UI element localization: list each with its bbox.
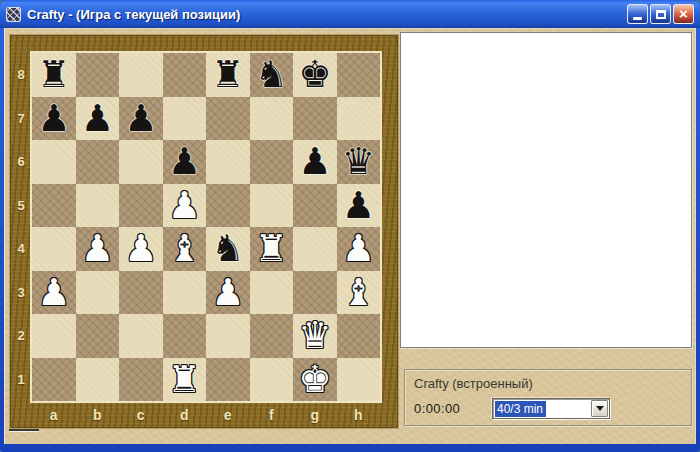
rank-label-5: 5 (10, 184, 32, 228)
square-e5[interactable] (206, 184, 250, 228)
square-c3[interactable] (119, 271, 163, 315)
square-f6[interactable] (250, 140, 294, 184)
square-f7[interactable] (250, 97, 294, 141)
client-area: 87654321 ♜♜♞♚♟♟♟♟♟♛♟♟♟♟♝♞♜♟♟♟♝♛♜♚ abcdef… (4, 28, 696, 444)
square-c8[interactable] (119, 53, 163, 97)
piece-white-king-g1[interactable]: ♚ (298, 361, 331, 398)
square-f1[interactable] (250, 358, 294, 402)
file-label-g: g (293, 403, 337, 426)
square-d6[interactable]: ♟ (163, 140, 207, 184)
square-e2[interactable] (206, 314, 250, 358)
piece-white-rook-f4[interactable]: ♜ (255, 230, 288, 267)
window-title: Crafty - (Игра с текущей позиции) (27, 7, 627, 22)
square-b5[interactable] (76, 184, 120, 228)
file-label-f: f (250, 403, 294, 426)
file-label-d: d (163, 403, 207, 426)
file-label-h: h (337, 403, 381, 426)
piece-black-knight-f8[interactable]: ♞ (255, 56, 288, 93)
piece-white-bishop-d4[interactable]: ♝ (168, 230, 201, 267)
square-e3[interactable]: ♟ (206, 271, 250, 315)
square-a1[interactable] (32, 358, 76, 402)
square-d4[interactable]: ♝ (163, 227, 207, 271)
square-a8[interactable]: ♜ (32, 53, 76, 97)
square-e6[interactable] (206, 140, 250, 184)
dropdown-button[interactable] (591, 400, 608, 417)
crafty-app-icon (6, 7, 21, 22)
square-g7[interactable] (293, 97, 337, 141)
rank-label-6: 6 (10, 140, 32, 184)
piece-black-pawn-a7[interactable]: ♟ (37, 100, 70, 137)
square-h5[interactable]: ♟ (337, 184, 381, 228)
rank-label-2: 2 (10, 314, 32, 358)
square-f3[interactable] (250, 271, 294, 315)
square-h2[interactable] (337, 314, 381, 358)
chevron-down-icon (596, 406, 604, 411)
square-f4[interactable]: ♜ (250, 227, 294, 271)
time-control-value: 40/3 min (495, 401, 546, 417)
piece-black-pawn-d6[interactable]: ♟ (168, 143, 201, 180)
crafty-window: Crafty - (Игра с текущей позиции) × 8765… (0, 0, 700, 452)
square-d3[interactable] (163, 271, 207, 315)
square-h1[interactable] (337, 358, 381, 402)
square-d1[interactable]: ♜ (163, 358, 207, 402)
piece-black-rook-a8[interactable]: ♜ (37, 56, 70, 93)
square-h4[interactable]: ♟ (337, 227, 381, 271)
piece-black-pawn-c7[interactable]: ♟ (124, 100, 157, 137)
square-e8[interactable]: ♜ (206, 53, 250, 97)
piece-white-rook-d1[interactable]: ♜ (168, 361, 201, 398)
square-d5[interactable]: ♟ (163, 184, 207, 228)
square-a6[interactable] (32, 140, 76, 184)
square-c6[interactable] (119, 140, 163, 184)
resize-grip (9, 429, 39, 431)
square-a7[interactable]: ♟ (32, 97, 76, 141)
square-c5[interactable] (119, 184, 163, 228)
window-controls: × (627, 4, 694, 24)
piece-white-pawn-b4[interactable]: ♟ (81, 230, 114, 267)
square-e7[interactable] (206, 97, 250, 141)
chess-board-frame: 87654321 ♜♜♞♚♟♟♟♟♟♛♟♟♟♟♝♞♜♟♟♟♝♛♜♚ abcdef… (10, 35, 398, 428)
file-label-c: c (119, 403, 163, 426)
piece-white-pawn-d5[interactable]: ♟ (168, 187, 201, 224)
rank-label-1: 1 (10, 358, 32, 402)
chess-board[interactable]: ♜♜♞♚♟♟♟♟♟♛♟♟♟♟♝♞♜♟♟♟♝♛♜♚ (32, 53, 380, 401)
file-label-a: a (32, 403, 76, 426)
square-c7[interactable]: ♟ (119, 97, 163, 141)
square-g4[interactable] (293, 227, 337, 271)
maximize-button[interactable] (650, 4, 671, 24)
square-h7[interactable] (337, 97, 381, 141)
square-g5[interactable] (293, 184, 337, 228)
square-h6[interactable]: ♛ (337, 140, 381, 184)
square-a5[interactable] (32, 184, 76, 228)
square-e1[interactable] (206, 358, 250, 402)
square-a4[interactable] (32, 227, 76, 271)
engine-panel: Crafty (встроенный) 0:00:00 40/3 min (404, 369, 692, 426)
piece-black-pawn-b7[interactable]: ♟ (81, 100, 114, 137)
file-label-b: b (76, 403, 120, 426)
square-f2[interactable] (250, 314, 294, 358)
engine-clock: 0:00:00 (414, 401, 460, 416)
square-c2[interactable] (119, 314, 163, 358)
rank-label-8: 8 (10, 53, 32, 97)
piece-black-pawn-h5[interactable]: ♟ (342, 187, 375, 224)
square-f8[interactable]: ♞ (250, 53, 294, 97)
close-button[interactable]: × (673, 4, 694, 24)
square-b4[interactable]: ♟ (76, 227, 120, 271)
piece-black-pawn-g6[interactable]: ♟ (298, 143, 331, 180)
piece-white-pawn-a3[interactable]: ♟ (37, 274, 70, 311)
square-a2[interactable] (32, 314, 76, 358)
file-labels: abcdefgh (32, 403, 380, 426)
piece-black-rook-e8[interactable]: ♜ (211, 56, 244, 93)
square-g6[interactable]: ♟ (293, 140, 337, 184)
square-b3[interactable] (76, 271, 120, 315)
square-b7[interactable]: ♟ (76, 97, 120, 141)
piece-white-pawn-c4[interactable]: ♟ (124, 230, 157, 267)
square-c4[interactable]: ♟ (119, 227, 163, 271)
piece-black-knight-e4[interactable]: ♞ (211, 230, 244, 267)
move-list-panel[interactable] (400, 32, 692, 348)
square-h3[interactable]: ♝ (337, 271, 381, 315)
rank-label-3: 3 (10, 271, 32, 315)
square-d7[interactable] (163, 97, 207, 141)
rank-label-4: 4 (10, 227, 32, 271)
square-g1[interactable]: ♚ (293, 358, 337, 402)
piece-white-queen-g2[interactable]: ♛ (298, 317, 331, 354)
piece-white-pawn-h4[interactable]: ♟ (342, 230, 375, 267)
square-b1[interactable] (76, 358, 120, 402)
minimize-button[interactable] (627, 4, 648, 24)
square-a3[interactable]: ♟ (32, 271, 76, 315)
rank-labels: 87654321 (10, 53, 32, 401)
square-g3[interactable] (293, 271, 337, 315)
title-bar[interactable]: Crafty - (Игра с текущей позиции) × (0, 0, 700, 28)
piece-white-bishop-h3[interactable]: ♝ (342, 274, 375, 311)
square-e4[interactable]: ♞ (206, 227, 250, 271)
square-f5[interactable] (250, 184, 294, 228)
piece-black-king-g8[interactable]: ♚ (298, 56, 331, 93)
close-icon: × (679, 6, 688, 21)
square-h8[interactable] (337, 53, 381, 97)
square-d2[interactable] (163, 314, 207, 358)
square-g2[interactable]: ♛ (293, 314, 337, 358)
square-b2[interactable] (76, 314, 120, 358)
square-g8[interactable]: ♚ (293, 53, 337, 97)
file-label-e: e (206, 403, 250, 426)
square-d8[interactable] (163, 53, 207, 97)
engine-name-label: Crafty (встроенный) (414, 376, 533, 391)
maximize-icon (656, 10, 666, 19)
piece-white-pawn-e3[interactable]: ♟ (211, 274, 244, 311)
square-b8[interactable] (76, 53, 120, 97)
square-c1[interactable] (119, 358, 163, 402)
rank-label-7: 7 (10, 97, 32, 141)
time-control-combobox[interactable]: 40/3 min (492, 398, 610, 419)
square-b6[interactable] (76, 140, 120, 184)
piece-black-queen-h6[interactable]: ♛ (342, 143, 375, 180)
minimize-icon (633, 17, 642, 20)
